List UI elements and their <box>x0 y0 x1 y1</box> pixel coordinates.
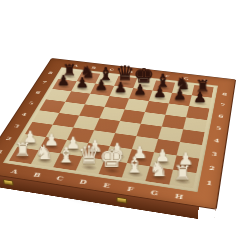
white-bishop-icon: ♝ <box>56 144 76 164</box>
black-pawn-icon: ♟ <box>57 74 70 87</box>
black-pawn-icon: ♟ <box>133 83 146 97</box>
piece-white-rook-h1: ♜ <box>170 159 194 182</box>
piece-white-bishop-c1: ♝ <box>55 142 78 164</box>
piece-white-queen-d1: ♛ <box>77 145 101 168</box>
white-knight-icon: ♞ <box>35 142 54 161</box>
coord-label-3: 3 <box>204 146 225 162</box>
piece-white-rook-a1: ♜ <box>11 136 34 158</box>
brass-clasp-right <box>116 197 127 204</box>
piece-black-pawn-g7: ♟ <box>170 82 190 101</box>
piece-white-knight-g1: ♞ <box>146 155 170 178</box>
piece-black-pawn-c7: ♟ <box>91 73 111 92</box>
white-king-icon: ♚ <box>99 145 124 171</box>
chess-board: ABCDEFGH ABCDEFGH 87654321 87654321 ♜♞♝♛… <box>0 58 236 210</box>
piece-black-pawn-f7: ♟ <box>150 80 170 99</box>
piece-white-king-e1: ♚ <box>100 149 124 172</box>
brass-clasp-left <box>3 179 14 186</box>
black-pawn-icon: ♟ <box>95 78 108 92</box>
black-pawn-icon: ♟ <box>173 88 187 102</box>
white-knight-icon: ♞ <box>149 159 168 179</box>
piece-white-bishop-f1: ♝ <box>123 152 147 175</box>
piece-white-knight-b1: ♞ <box>33 139 56 161</box>
black-pawn-icon: ♟ <box>153 85 167 99</box>
black-pawn-icon: ♟ <box>114 81 127 95</box>
white-bishop-icon: ♝ <box>125 154 145 175</box>
coord-label-7: 7 <box>214 98 232 111</box>
white-queen-icon: ♛ <box>77 144 100 168</box>
white-rook-icon: ♜ <box>14 140 32 158</box>
piece-black-pawn-b7: ♟ <box>72 71 92 90</box>
piece-black-pawn-h7: ♟ <box>190 84 210 104</box>
piece-black-pawn-a7: ♟ <box>54 68 74 87</box>
white-rook-icon: ♜ <box>173 163 191 182</box>
piece-black-pawn-d7: ♟ <box>111 75 131 94</box>
black-pawn-icon: ♟ <box>76 76 89 89</box>
black-pawn-icon: ♟ <box>193 90 207 104</box>
coord-label-a: A <box>0 164 29 179</box>
photo-background: ABCDEFGH ABCDEFGH 87654321 87654321 ♜♞♝♛… <box>0 0 238 238</box>
piece-black-pawn-e7: ♟ <box>130 77 150 96</box>
coord-label-1: 1 <box>198 174 220 192</box>
